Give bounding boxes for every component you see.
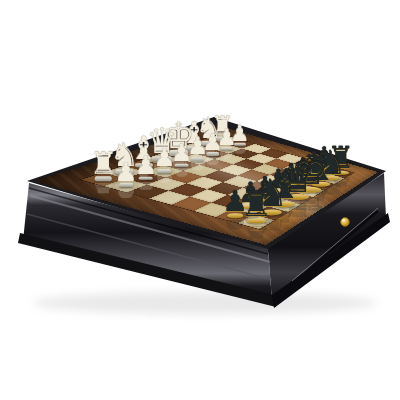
piece-glyph: ♟: [114, 159, 137, 185]
chess-set-photo: ♜♜♞♞♝♝♛♛♚♚♝♝♞♞♟♟♜♜♟♟♟♟♟♟♟♟♟♟♟♟♟♟♟♟♟♟♟♟♟♟…: [0, 0, 400, 400]
piece-glyph: ♟: [134, 153, 157, 178]
white-pawn-a2[interactable]: ♟♟: [114, 159, 137, 185]
piece-glyph: ♜: [241, 186, 273, 222]
black-rook-a8[interactable]: ♜♜: [241, 186, 273, 222]
white-pawn-b2[interactable]: ♟♟: [134, 153, 157, 178]
pieces-layer: ♜♜♞♞♝♝♛♛♚♚♝♝♞♞♟♟♜♜♟♟♟♟♟♟♟♟♟♟♟♟♟♟♟♟♟♟♟♟♟♟…: [0, 0, 400, 400]
